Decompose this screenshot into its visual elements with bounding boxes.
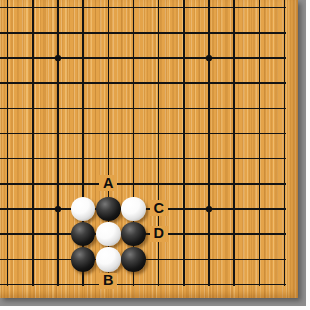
grid-line-vertical	[233, 0, 234, 286]
grid-line-vertical	[259, 0, 260, 286]
star-point	[55, 206, 60, 211]
black-stone: ●	[71, 222, 95, 246]
white-stone: ○	[71, 197, 95, 221]
go-diagram: ○●○●○●●○●ABCD	[0, 0, 310, 310]
grid-line-horizontal	[0, 32, 286, 33]
white-stone: ○	[96, 222, 120, 246]
grid-line-vertical	[32, 0, 33, 286]
grid-line-vertical	[208, 0, 209, 286]
star-point	[206, 55, 211, 60]
grid-line-vertical	[183, 0, 184, 286]
grid-line-vertical	[158, 0, 159, 286]
white-stone: ○	[96, 247, 120, 271]
black-stone: ●	[121, 222, 145, 246]
point-label-b[interactable]: B	[99, 273, 117, 289]
black-stone: ●	[96, 197, 120, 221]
point-label-c[interactable]: C	[150, 200, 168, 216]
grid-line-horizontal	[0, 183, 286, 184]
grid-line-horizontal	[0, 108, 286, 109]
grid-line-horizontal	[0, 284, 286, 286]
grid-line-horizontal	[0, 158, 286, 159]
point-label-a[interactable]: A	[99, 175, 117, 191]
black-stone: ●	[71, 247, 95, 271]
grid-line-vertical	[57, 0, 58, 286]
grid-line-horizontal	[0, 57, 286, 58]
black-stone: ●	[121, 247, 145, 271]
grid-line-horizontal	[0, 133, 286, 134]
go-board[interactable]: ○●○●○●●○●ABCD	[0, 0, 298, 298]
point-label-d[interactable]: D	[150, 226, 168, 242]
star-point	[206, 206, 211, 211]
grid-line-horizontal	[0, 7, 286, 8]
white-stone: ○	[121, 197, 145, 221]
star-point	[55, 55, 60, 60]
grid-line-horizontal	[0, 82, 286, 83]
grid-line-vertical	[284, 0, 286, 286]
grid-line-vertical	[7, 0, 8, 286]
